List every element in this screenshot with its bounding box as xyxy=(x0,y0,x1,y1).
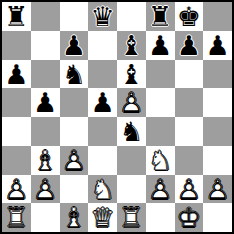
square-a3[interactable] xyxy=(2,146,31,175)
square-d1[interactable]: ♛♕ xyxy=(88,203,117,232)
square-b2[interactable]: ♟♙ xyxy=(31,175,60,204)
white-pawn-icon: ♙ xyxy=(2,175,31,204)
white-bishop-icon: ♝ xyxy=(60,203,89,232)
square-c5[interactable] xyxy=(60,88,89,117)
chess-board: ♜♛♜♚♟♝♟♟♟♟♞♝♟♟♟♙♞♝♗♟♙♞♘♟♙♟♙♞♘♟♙♟♙♟♙♜♖♝♗♛… xyxy=(0,0,234,234)
square-h6[interactable] xyxy=(203,60,232,89)
square-c1[interactable]: ♝♗ xyxy=(60,203,89,232)
square-h5[interactable] xyxy=(203,88,232,117)
white-knight-icon: ♘ xyxy=(88,175,117,204)
square-g1[interactable]: ♚♔ xyxy=(175,203,204,232)
square-f2[interactable]: ♟♙ xyxy=(146,175,175,204)
white-pawn-icon: ♟ xyxy=(117,88,146,117)
square-e3[interactable] xyxy=(117,146,146,175)
white-bishop-icon: ♗ xyxy=(31,146,60,175)
white-rook-icon: ♖ xyxy=(117,203,146,232)
square-h8[interactable] xyxy=(203,2,232,31)
black-pawn-icon: ♟ xyxy=(31,88,60,117)
white-pawn-icon: ♟ xyxy=(31,175,60,204)
square-c8[interactable] xyxy=(60,2,89,31)
square-e5[interactable]: ♟♙ xyxy=(117,88,146,117)
square-d5[interactable]: ♟ xyxy=(88,88,117,117)
white-knight-icon: ♘ xyxy=(146,146,175,175)
black-bishop-icon: ♝ xyxy=(117,31,146,60)
square-g5[interactable] xyxy=(175,88,204,117)
square-h1[interactable] xyxy=(203,203,232,232)
square-a2[interactable]: ♟♙ xyxy=(2,175,31,204)
black-pawn-icon: ♟ xyxy=(203,31,232,60)
white-pawn-icon: ♙ xyxy=(31,175,60,204)
square-a4[interactable] xyxy=(2,117,31,146)
square-g7[interactable]: ♟ xyxy=(175,31,204,60)
black-knight-icon: ♞ xyxy=(60,60,89,89)
square-g3[interactable] xyxy=(175,146,204,175)
square-g2[interactable]: ♟♙ xyxy=(175,175,204,204)
square-f5[interactable] xyxy=(146,88,175,117)
white-knight-icon: ♞ xyxy=(146,146,175,175)
square-e2[interactable] xyxy=(117,175,146,204)
square-a1[interactable]: ♜♖ xyxy=(2,203,31,232)
square-d8[interactable]: ♛ xyxy=(88,2,117,31)
square-c6[interactable]: ♞ xyxy=(60,60,89,89)
white-queen-icon: ♛ xyxy=(88,203,117,232)
square-g8[interactable]: ♚ xyxy=(175,2,204,31)
square-d6[interactable] xyxy=(88,60,117,89)
square-g4[interactable] xyxy=(175,117,204,146)
square-b5[interactable]: ♟ xyxy=(31,88,60,117)
white-pawn-icon: ♙ xyxy=(175,175,204,204)
white-king-icon: ♔ xyxy=(175,203,204,232)
white-pawn-icon: ♟ xyxy=(146,175,175,204)
square-d4[interactable] xyxy=(88,117,117,146)
white-pawn-icon: ♟ xyxy=(203,175,232,204)
square-h3[interactable] xyxy=(203,146,232,175)
square-f7[interactable]: ♟ xyxy=(146,31,175,60)
square-e7[interactable]: ♝ xyxy=(117,31,146,60)
white-pawn-icon: ♟ xyxy=(2,175,31,204)
white-king-icon: ♚ xyxy=(175,203,204,232)
square-a5[interactable] xyxy=(2,88,31,117)
black-rook-icon: ♜ xyxy=(146,2,175,31)
white-pawn-icon: ♙ xyxy=(203,175,232,204)
white-pawn-icon: ♟ xyxy=(175,175,204,204)
square-a8[interactable]: ♜ xyxy=(2,2,31,31)
square-c4[interactable] xyxy=(60,117,89,146)
black-queen-icon: ♛ xyxy=(88,2,117,31)
square-b8[interactable] xyxy=(31,2,60,31)
square-f3[interactable]: ♞♘ xyxy=(146,146,175,175)
square-c2[interactable] xyxy=(60,175,89,204)
square-c3[interactable]: ♟♙ xyxy=(60,146,89,175)
black-pawn-icon: ♟ xyxy=(2,60,31,89)
black-rook-icon: ♜ xyxy=(2,2,31,31)
white-bishop-icon: ♗ xyxy=(60,203,89,232)
black-pawn-icon: ♟ xyxy=(60,31,89,60)
white-pawn-icon: ♙ xyxy=(146,175,175,204)
square-h2[interactable]: ♟♙ xyxy=(203,175,232,204)
black-pawn-icon: ♟ xyxy=(88,88,117,117)
square-b1[interactable] xyxy=(31,203,60,232)
white-pawn-icon: ♙ xyxy=(60,146,89,175)
square-b3[interactable]: ♝♗ xyxy=(31,146,60,175)
square-d2[interactable]: ♞♘ xyxy=(88,175,117,204)
black-knight-icon: ♞ xyxy=(117,117,146,146)
white-queen-icon: ♕ xyxy=(88,203,117,232)
white-rook-icon: ♜ xyxy=(117,203,146,232)
square-d7[interactable] xyxy=(88,31,117,60)
white-bishop-icon: ♝ xyxy=(31,146,60,175)
square-b6[interactable] xyxy=(31,60,60,89)
square-a7[interactable] xyxy=(2,31,31,60)
square-b4[interactable] xyxy=(31,117,60,146)
square-c7[interactable]: ♟ xyxy=(60,31,89,60)
square-b7[interactable] xyxy=(31,31,60,60)
square-d3[interactable] xyxy=(88,146,117,175)
square-f4[interactable] xyxy=(146,117,175,146)
black-king-icon: ♚ xyxy=(175,2,204,31)
square-a6[interactable]: ♟ xyxy=(2,60,31,89)
white-pawn-icon: ♟ xyxy=(60,146,89,175)
white-knight-icon: ♞ xyxy=(88,175,117,204)
square-e4[interactable]: ♞ xyxy=(117,117,146,146)
square-f8[interactable]: ♜ xyxy=(146,2,175,31)
square-e1[interactable]: ♜♖ xyxy=(117,203,146,232)
square-e8[interactable] xyxy=(117,2,146,31)
square-f1[interactable] xyxy=(146,203,175,232)
square-g6[interactable] xyxy=(175,60,204,89)
black-pawn-icon: ♟ xyxy=(146,31,175,60)
white-rook-icon: ♜ xyxy=(2,203,31,232)
square-f6[interactable] xyxy=(146,60,175,89)
black-pawn-icon: ♟ xyxy=(175,31,204,60)
square-h4[interactable] xyxy=(203,117,232,146)
white-pawn-icon: ♙ xyxy=(117,88,146,117)
white-rook-icon: ♖ xyxy=(2,203,31,232)
square-h7[interactable]: ♟ xyxy=(203,31,232,60)
black-bishop-icon: ♝ xyxy=(117,60,146,89)
square-e6[interactable]: ♝ xyxy=(117,60,146,89)
